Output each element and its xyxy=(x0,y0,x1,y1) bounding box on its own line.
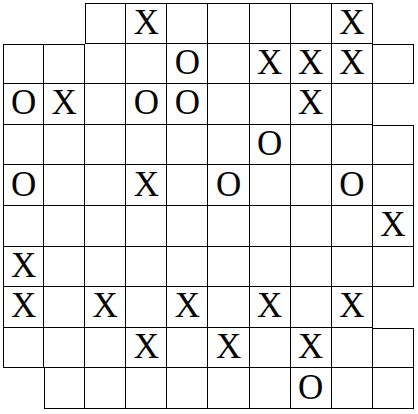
cell-r5c9[interactable]: O xyxy=(332,165,373,206)
cell-r8c1[interactable]: X xyxy=(3,287,44,328)
cell-r5c3[interactable] xyxy=(85,165,126,206)
void-r1c10 xyxy=(373,3,414,44)
cell-r8c7[interactable]: X xyxy=(250,287,291,328)
void-r10c1 xyxy=(3,368,44,409)
cell-r3c1[interactable]: O xyxy=(3,84,44,125)
cell-r9c4[interactable]: X xyxy=(126,328,167,369)
cell-r9c8[interactable]: X xyxy=(291,328,332,369)
cell-r3c2[interactable]: X xyxy=(44,84,85,125)
x-mark: X xyxy=(134,167,159,202)
cell-r9c2[interactable] xyxy=(44,328,85,369)
cell-r5c5[interactable] xyxy=(167,165,208,206)
cell-r6c7[interactable] xyxy=(250,206,291,247)
cell-r7c5[interactable] xyxy=(167,247,208,288)
x-mark: X xyxy=(134,5,159,40)
cell-r5c2[interactable] xyxy=(44,165,85,206)
o-mark: O xyxy=(339,167,364,202)
x-mark: X xyxy=(93,288,118,323)
x-mark: X xyxy=(216,329,241,364)
x-mark: X xyxy=(339,5,364,40)
cell-r8c4[interactable] xyxy=(126,287,167,328)
x-mark: X xyxy=(298,45,323,80)
cell-r6c1[interactable] xyxy=(3,206,44,247)
o-mark: O xyxy=(134,85,159,120)
cell-r6c10[interactable]: X xyxy=(373,206,414,247)
cell-r10c6[interactable] xyxy=(208,368,249,409)
x-mark: X xyxy=(257,288,282,323)
cell-r10c3[interactable] xyxy=(85,368,126,409)
cell-r4c7[interactable]: O xyxy=(250,125,291,166)
cell-r8c3[interactable]: X xyxy=(85,287,126,328)
cell-r9c3[interactable] xyxy=(85,328,126,369)
cell-r2c9[interactable]: X xyxy=(332,44,373,85)
cell-r7c2[interactable] xyxy=(44,247,85,288)
cell-r7c4[interactable] xyxy=(126,247,167,288)
x-mark: X xyxy=(11,288,36,323)
cell-r3c7[interactable] xyxy=(250,84,291,125)
page: XXOXXXOXOOXOOXOOXXXXXXXXXXO xyxy=(0,0,418,414)
cell-r3c8[interactable]: X xyxy=(291,84,332,125)
cell-r6c8[interactable] xyxy=(291,206,332,247)
cell-r3c6[interactable] xyxy=(208,84,249,125)
cell-r10c2[interactable] xyxy=(44,368,85,409)
cell-r1c7[interactable] xyxy=(250,3,291,44)
cell-r2c2[interactable] xyxy=(44,44,85,85)
cell-r2c4[interactable] xyxy=(126,44,167,85)
cell-r1c8[interactable] xyxy=(291,3,332,44)
cell-r3c5[interactable]: O xyxy=(167,84,208,125)
cell-r5c7[interactable] xyxy=(250,165,291,206)
cell-r7c1[interactable]: X xyxy=(3,247,44,288)
cell-r6c4[interactable] xyxy=(126,206,167,247)
void-r8c10 xyxy=(373,287,414,328)
cell-r4c8[interactable] xyxy=(291,125,332,166)
cell-r10c5[interactable] xyxy=(167,368,208,409)
o-mark: O xyxy=(216,167,241,202)
cell-r6c6[interactable] xyxy=(208,206,249,247)
cell-r6c3[interactable] xyxy=(85,206,126,247)
x-mark: X xyxy=(175,288,200,323)
o-mark: O xyxy=(11,85,36,120)
void-r1c1 xyxy=(3,3,44,44)
cell-r8c5[interactable]: X xyxy=(167,287,208,328)
cell-r2c8[interactable]: X xyxy=(291,44,332,85)
cell-r7c3[interactable] xyxy=(85,247,126,288)
cell-r7c10[interactable] xyxy=(373,247,414,288)
cell-r9c5[interactable] xyxy=(167,328,208,369)
cell-r9c10[interactable] xyxy=(373,328,414,369)
cell-r9c6[interactable]: X xyxy=(208,328,249,369)
x-mark: X xyxy=(11,248,36,283)
x-mark: X xyxy=(380,207,405,242)
cell-r8c8[interactable] xyxy=(291,287,332,328)
cell-r5c6[interactable]: O xyxy=(208,165,249,206)
cell-r2c7[interactable]: X xyxy=(250,44,291,85)
o-mark: O xyxy=(298,370,323,405)
cell-r4c3[interactable] xyxy=(85,125,126,166)
o-mark: O xyxy=(11,167,36,202)
cell-r7c7[interactable] xyxy=(250,247,291,288)
o-mark: O xyxy=(175,85,200,120)
cell-r10c9[interactable] xyxy=(332,368,373,409)
cell-r1c4[interactable]: X xyxy=(126,3,167,44)
cell-r2c10[interactable] xyxy=(373,44,414,85)
cell-r10c8[interactable]: O xyxy=(291,368,332,409)
game-board: XXOXXXOXOOXOOXOOXXXXXXXXXXO xyxy=(3,3,414,409)
cell-r3c9[interactable] xyxy=(332,84,373,125)
cell-r6c5[interactable] xyxy=(167,206,208,247)
cell-r8c2[interactable] xyxy=(44,287,85,328)
cell-r5c8[interactable] xyxy=(291,165,332,206)
cell-r3c4[interactable]: O xyxy=(126,84,167,125)
cell-r4c5[interactable] xyxy=(167,125,208,166)
x-mark: X xyxy=(257,45,282,80)
cell-r1c5[interactable] xyxy=(167,3,208,44)
cell-r5c10[interactable] xyxy=(373,165,414,206)
o-mark: O xyxy=(175,45,200,80)
x-mark: X xyxy=(52,85,77,120)
cell-r1c3[interactable] xyxy=(85,3,126,44)
x-mark: X xyxy=(339,288,364,323)
cell-r10c10[interactable] xyxy=(373,368,414,409)
cell-r8c9[interactable]: X xyxy=(332,287,373,328)
x-mark: X xyxy=(134,329,159,364)
cell-r2c5[interactable]: O xyxy=(167,44,208,85)
cell-r2c3[interactable] xyxy=(85,44,126,85)
cell-r9c7[interactable] xyxy=(250,328,291,369)
cell-r4c6[interactable] xyxy=(208,125,249,166)
cell-r6c2[interactable] xyxy=(44,206,85,247)
o-mark: O xyxy=(257,126,282,161)
cell-r5c4[interactable]: X xyxy=(126,165,167,206)
x-mark: X xyxy=(298,85,323,120)
cell-r3c3[interactable] xyxy=(85,84,126,125)
cell-r10c7[interactable] xyxy=(250,368,291,409)
cell-r4c9[interactable] xyxy=(332,125,373,166)
void-r3c10 xyxy=(373,84,414,125)
cell-r4c10[interactable] xyxy=(373,125,414,166)
cell-r1c9[interactable]: X xyxy=(332,3,373,44)
x-mark: X xyxy=(298,329,323,364)
cell-r4c2[interactable] xyxy=(44,125,85,166)
cell-r2c1[interactable] xyxy=(3,44,44,85)
cell-r6c9[interactable] xyxy=(332,206,373,247)
cell-r4c1[interactable] xyxy=(3,125,44,166)
cell-r8c6[interactable] xyxy=(208,287,249,328)
cell-r1c6[interactable] xyxy=(208,3,249,44)
cell-r2c6[interactable] xyxy=(208,44,249,85)
cell-r9c9[interactable] xyxy=(332,328,373,369)
cell-r7c9[interactable] xyxy=(332,247,373,288)
x-mark: X xyxy=(339,45,364,80)
cell-r7c6[interactable] xyxy=(208,247,249,288)
cell-r10c4[interactable] xyxy=(126,368,167,409)
cell-r5c1[interactable]: O xyxy=(3,165,44,206)
cell-r7c8[interactable] xyxy=(291,247,332,288)
cell-r9c1[interactable] xyxy=(3,328,44,369)
cell-r4c4[interactable] xyxy=(126,125,167,166)
void-r1c2 xyxy=(44,3,85,44)
